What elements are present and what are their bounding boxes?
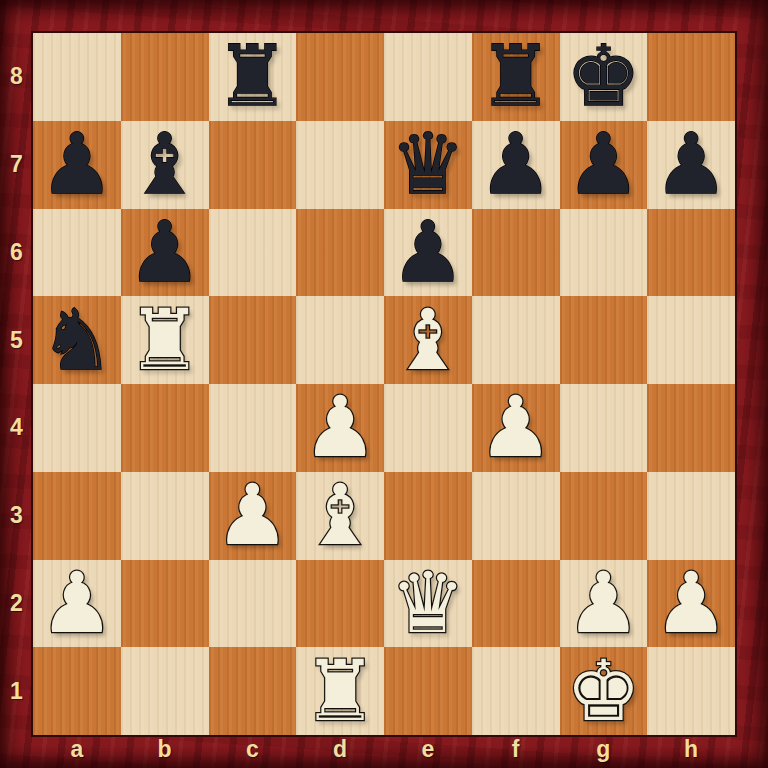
square-c3[interactable]: ♟	[209, 472, 297, 560]
black-pawn-piece: ♟	[653, 121, 728, 208]
square-a4[interactable]	[33, 384, 121, 472]
file-label-c: c	[209, 735, 297, 768]
square-f7[interactable]: ♟	[472, 121, 560, 209]
square-e7[interactable]: ♛	[384, 121, 472, 209]
square-h7[interactable]: ♟	[647, 121, 735, 209]
square-c5[interactable]	[209, 296, 297, 384]
black-knight-piece: ♞	[39, 297, 114, 384]
rank-label-3: 3	[0, 472, 33, 560]
black-queen-piece: ♛	[390, 121, 465, 208]
rank-label-1: 1	[0, 647, 33, 735]
square-f8[interactable]: ♜	[472, 33, 560, 121]
board-frame: 8 7 6 5 4 3 2 1 ♜♜♚♟♝♛♟♟♟♟♟♞♜♝♟♟♟♝♟♛♟♟♜♚…	[0, 0, 768, 768]
square-c6[interactable]	[209, 209, 297, 297]
square-e2[interactable]: ♛	[384, 560, 472, 648]
square-e8[interactable]	[384, 33, 472, 121]
black-rook-piece: ♜	[215, 33, 290, 120]
black-pawn-piece: ♟	[39, 121, 114, 208]
white-pawn-piece: ♟	[39, 560, 114, 647]
black-rook-piece: ♜	[478, 33, 553, 120]
square-d8[interactable]	[296, 33, 384, 121]
square-b4[interactable]	[121, 384, 209, 472]
white-pawn-piece: ♟	[302, 384, 377, 471]
black-bishop-piece: ♝	[127, 121, 202, 208]
square-f4[interactable]: ♟	[472, 384, 560, 472]
black-king-piece: ♚	[566, 33, 641, 120]
file-label-b: b	[121, 735, 209, 768]
square-b1[interactable]	[121, 647, 209, 735]
rank-label-6: 6	[0, 209, 33, 297]
square-h3[interactable]	[647, 472, 735, 560]
white-rook-piece: ♜	[127, 297, 202, 384]
square-e5[interactable]: ♝	[384, 296, 472, 384]
square-b3[interactable]	[121, 472, 209, 560]
white-pawn-piece: ♟	[215, 472, 290, 559]
square-f6[interactable]	[472, 209, 560, 297]
square-d7[interactable]	[296, 121, 384, 209]
rank-label-4: 4	[0, 384, 33, 472]
rank-label-2: 2	[0, 560, 33, 648]
white-queen-piece: ♛	[390, 560, 465, 647]
file-label-g: g	[560, 735, 648, 768]
rank-labels: 8 7 6 5 4 3 2 1	[0, 33, 33, 735]
file-label-e: e	[384, 735, 472, 768]
square-g1[interactable]: ♚	[560, 647, 648, 735]
square-h8[interactable]	[647, 33, 735, 121]
square-f1[interactable]	[472, 647, 560, 735]
square-c4[interactable]	[209, 384, 297, 472]
square-g4[interactable]	[560, 384, 648, 472]
square-e6[interactable]: ♟	[384, 209, 472, 297]
square-a7[interactable]: ♟	[33, 121, 121, 209]
white-king-piece: ♚	[566, 648, 641, 735]
square-b6[interactable]: ♟	[121, 209, 209, 297]
square-b5[interactable]: ♜	[121, 296, 209, 384]
file-label-a: a	[33, 735, 121, 768]
chess-board: ♜♜♚♟♝♛♟♟♟♟♟♞♜♝♟♟♟♝♟♛♟♟♜♚	[33, 33, 735, 735]
square-d6[interactable]	[296, 209, 384, 297]
square-g7[interactable]: ♟	[560, 121, 648, 209]
file-label-f: f	[472, 735, 560, 768]
white-bishop-piece: ♝	[390, 297, 465, 384]
square-b8[interactable]	[121, 33, 209, 121]
square-d2[interactable]	[296, 560, 384, 648]
square-g6[interactable]	[560, 209, 648, 297]
rank-label-5: 5	[0, 296, 33, 384]
white-pawn-piece: ♟	[566, 560, 641, 647]
black-pawn-piece: ♟	[127, 209, 202, 296]
square-a5[interactable]: ♞	[33, 296, 121, 384]
square-b7[interactable]: ♝	[121, 121, 209, 209]
square-e1[interactable]	[384, 647, 472, 735]
black-pawn-piece: ♟	[478, 121, 553, 208]
square-h2[interactable]: ♟	[647, 560, 735, 648]
square-d5[interactable]	[296, 296, 384, 384]
square-g3[interactable]	[560, 472, 648, 560]
file-label-h: h	[647, 735, 735, 768]
square-g8[interactable]: ♚	[560, 33, 648, 121]
square-h4[interactable]	[647, 384, 735, 472]
square-g2[interactable]: ♟	[560, 560, 648, 648]
square-d1[interactable]: ♜	[296, 647, 384, 735]
white-pawn-piece: ♟	[478, 384, 553, 471]
black-pawn-piece: ♟	[390, 209, 465, 296]
file-label-d: d	[296, 735, 384, 768]
square-e4[interactable]	[384, 384, 472, 472]
file-labels: a b c d e f g h	[33, 735, 735, 768]
square-c8[interactable]: ♜	[209, 33, 297, 121]
square-e3[interactable]	[384, 472, 472, 560]
rank-label-7: 7	[0, 121, 33, 209]
white-bishop-piece: ♝	[302, 472, 377, 559]
square-a6[interactable]	[33, 209, 121, 297]
square-a1[interactable]	[33, 647, 121, 735]
square-d4[interactable]: ♟	[296, 384, 384, 472]
square-h1[interactable]	[647, 647, 735, 735]
square-c1[interactable]	[209, 647, 297, 735]
white-pawn-piece: ♟	[653, 560, 728, 647]
square-d3[interactable]: ♝	[296, 472, 384, 560]
square-f5[interactable]	[472, 296, 560, 384]
square-h5[interactable]	[647, 296, 735, 384]
black-pawn-piece: ♟	[566, 121, 641, 208]
square-a3[interactable]	[33, 472, 121, 560]
square-c7[interactable]	[209, 121, 297, 209]
white-rook-piece: ♜	[302, 648, 377, 735]
square-f2[interactable]	[472, 560, 560, 648]
square-g5[interactable]	[560, 296, 648, 384]
rank-label-8: 8	[0, 33, 33, 121]
square-h6[interactable]	[647, 209, 735, 297]
square-a8[interactable]	[33, 33, 121, 121]
square-b2[interactable]	[121, 560, 209, 648]
square-c2[interactable]	[209, 560, 297, 648]
square-a2[interactable]: ♟	[33, 560, 121, 648]
square-f3[interactable]	[472, 472, 560, 560]
